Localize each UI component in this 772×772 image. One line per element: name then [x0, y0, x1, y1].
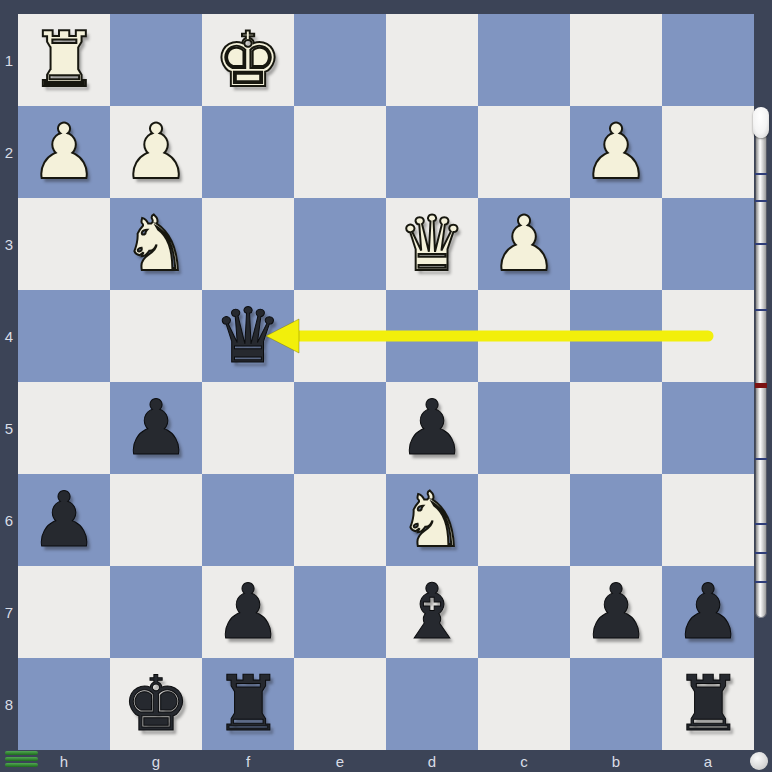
square-c5[interactable]: [478, 382, 570, 474]
white-queen[interactable]: ♛: [398, 198, 466, 290]
rank-label-3: 3: [0, 198, 18, 290]
square-g2[interactable]: ♟: [110, 106, 202, 198]
square-h7[interactable]: [18, 566, 110, 658]
menu-icon-bar: [5, 751, 38, 755]
square-b4[interactable]: [570, 290, 662, 382]
square-h3[interactable]: [18, 198, 110, 290]
square-b3[interactable]: [570, 198, 662, 290]
square-b8[interactable]: [570, 658, 662, 750]
black-pawn[interactable]: ♟: [582, 566, 650, 658]
square-c3[interactable]: ♟: [478, 198, 570, 290]
square-d7[interactable]: ♝: [386, 566, 478, 658]
square-a6[interactable]: [662, 474, 754, 566]
square-h4[interactable]: [18, 290, 110, 382]
file-label-f: f: [202, 750, 294, 772]
eval-bar-tick: [755, 552, 767, 554]
rank-label-6: 6: [0, 474, 18, 566]
black-queen[interactable]: ♛: [214, 290, 282, 382]
square-b7[interactable]: ♟: [570, 566, 662, 658]
eval-bar-tick: [755, 309, 767, 311]
settings-dot-icon[interactable]: [750, 752, 768, 770]
white-king[interactable]: ♚: [214, 14, 282, 106]
menu-icon-bar: [5, 757, 38, 761]
square-h8[interactable]: [18, 658, 110, 750]
rank-label-1: 1: [0, 14, 18, 106]
file-label-a: a: [662, 750, 754, 772]
eval-bar-tick: [755, 581, 767, 583]
eval-bar-center-marker: [755, 383, 767, 388]
chess-app-screen: ♜♚♟♟♟♞♛♟♛♟♟♟♞♟♝♟♟♚♜♜ 12345678 hgfedcba: [0, 0, 772, 772]
eval-bar-tick: [755, 243, 767, 245]
square-f3[interactable]: [202, 198, 294, 290]
square-g3[interactable]: ♞: [110, 198, 202, 290]
square-e7[interactable]: [294, 566, 386, 658]
square-d2[interactable]: [386, 106, 478, 198]
eval-bar-tick: [755, 523, 767, 525]
square-d6[interactable]: ♞: [386, 474, 478, 566]
white-rook[interactable]: ♜: [30, 14, 98, 106]
square-d8[interactable]: [386, 658, 478, 750]
file-label-g: g: [110, 750, 202, 772]
file-label-b: b: [570, 750, 662, 772]
black-rook[interactable]: ♜: [674, 658, 742, 750]
square-a2[interactable]: [662, 106, 754, 198]
square-b5[interactable]: [570, 382, 662, 474]
square-b2[interactable]: ♟: [570, 106, 662, 198]
rank-label-4: 4: [0, 290, 18, 382]
square-e5[interactable]: [294, 382, 386, 474]
file-label-c: c: [478, 750, 570, 772]
square-g5[interactable]: ♟: [110, 382, 202, 474]
eval-bar-tick: [755, 458, 767, 460]
eval-bar-thumb[interactable]: [753, 107, 769, 138]
square-b1[interactable]: [570, 14, 662, 106]
square-g8[interactable]: ♚: [110, 658, 202, 750]
rank-label-5: 5: [0, 382, 18, 474]
black-bishop[interactable]: ♝: [398, 566, 466, 658]
square-f7[interactable]: ♟: [202, 566, 294, 658]
square-d3[interactable]: ♛: [386, 198, 478, 290]
black-pawn[interactable]: ♟: [398, 382, 466, 474]
rank-label-8: 8: [0, 658, 18, 750]
square-g4[interactable]: [110, 290, 202, 382]
eval-bar-tick: [755, 173, 767, 175]
chess-board: ♜♚♟♟♟♞♛♟♛♟♟♟♞♟♝♟♟♚♜♜: [18, 14, 754, 750]
black-pawn[interactable]: ♟: [30, 474, 98, 566]
square-h6[interactable]: ♟: [18, 474, 110, 566]
white-pawn[interactable]: ♟: [122, 106, 190, 198]
square-a5[interactable]: [662, 382, 754, 474]
rank-label-7: 7: [0, 566, 18, 658]
square-a8[interactable]: ♜: [662, 658, 754, 750]
black-pawn[interactable]: ♟: [674, 566, 742, 658]
menu-icon[interactable]: [5, 751, 38, 767]
square-c7[interactable]: [478, 566, 570, 658]
eval-bar-track[interactable]: [755, 112, 767, 618]
square-g7[interactable]: [110, 566, 202, 658]
square-e6[interactable]: [294, 474, 386, 566]
file-label-d: d: [386, 750, 478, 772]
square-c2[interactable]: [478, 106, 570, 198]
square-g1[interactable]: [110, 14, 202, 106]
square-d4[interactable]: [386, 290, 478, 382]
square-e3[interactable]: [294, 198, 386, 290]
square-d1[interactable]: [386, 14, 478, 106]
square-c4[interactable]: [478, 290, 570, 382]
white-pawn[interactable]: ♟: [582, 106, 650, 198]
square-h1[interactable]: ♜: [18, 14, 110, 106]
square-g6[interactable]: [110, 474, 202, 566]
square-d5[interactable]: ♟: [386, 382, 478, 474]
square-f4[interactable]: ♛: [202, 290, 294, 382]
white-knight[interactable]: ♞: [398, 474, 466, 566]
square-f2[interactable]: [202, 106, 294, 198]
square-c6[interactable]: [478, 474, 570, 566]
square-e1[interactable]: [294, 14, 386, 106]
rank-label-2: 2: [0, 106, 18, 198]
black-pawn[interactable]: ♟: [122, 382, 190, 474]
square-c8[interactable]: [478, 658, 570, 750]
square-e2[interactable]: [294, 106, 386, 198]
square-b6[interactable]: [570, 474, 662, 566]
square-a1[interactable]: [662, 14, 754, 106]
file-label-e: e: [294, 750, 386, 772]
square-e4[interactable]: [294, 290, 386, 382]
eval-bar-tick: [755, 200, 767, 202]
square-a7[interactable]: ♟: [662, 566, 754, 658]
white-knight[interactable]: ♞: [122, 198, 190, 290]
square-h5[interactable]: [18, 382, 110, 474]
square-f1[interactable]: ♚: [202, 14, 294, 106]
black-pawn[interactable]: ♟: [214, 566, 282, 658]
square-c1[interactable]: [478, 14, 570, 106]
black-rook[interactable]: ♜: [214, 658, 282, 750]
square-f8[interactable]: ♜: [202, 658, 294, 750]
square-h2[interactable]: ♟: [18, 106, 110, 198]
square-e8[interactable]: [294, 658, 386, 750]
menu-icon-bar: [5, 763, 38, 767]
white-pawn[interactable]: ♟: [490, 198, 558, 290]
square-f6[interactable]: [202, 474, 294, 566]
square-a4[interactable]: [662, 290, 754, 382]
square-a3[interactable]: [662, 198, 754, 290]
black-king[interactable]: ♚: [122, 658, 190, 750]
white-pawn[interactable]: ♟: [30, 106, 98, 198]
square-f5[interactable]: [202, 382, 294, 474]
